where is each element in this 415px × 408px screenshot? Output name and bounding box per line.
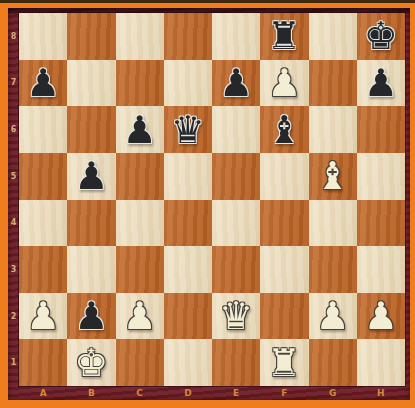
square-d4[interactable] <box>164 200 212 247</box>
piece-white-king-b1[interactable]: ♚ <box>74 344 108 382</box>
file-labels: ABCDEFGH <box>19 386 405 400</box>
piece-black-pawn-b2[interactable]: ♟ <box>74 297 108 335</box>
piece-white-pawn-g2[interactable]: ♟ <box>316 297 350 335</box>
square-f3[interactable] <box>260 246 308 293</box>
square-f7[interactable]: ♟ <box>260 60 308 107</box>
square-c7[interactable] <box>116 60 164 107</box>
square-c4[interactable] <box>116 200 164 247</box>
square-a2[interactable]: ♟ <box>19 293 67 340</box>
piece-black-queen-d6[interactable]: ♛ <box>171 111 205 149</box>
square-c5[interactable] <box>116 153 164 200</box>
square-g1[interactable] <box>309 339 357 386</box>
square-d1[interactable] <box>164 339 212 386</box>
file-label-e: E <box>212 386 260 400</box>
square-h5[interactable] <box>357 153 405 200</box>
square-e8[interactable] <box>212 13 260 60</box>
rank-label-3: 3 <box>8 246 19 293</box>
piece-black-bishop-f6[interactable]: ♝ <box>267 111 301 149</box>
square-g5[interactable]: ♝ <box>309 153 357 200</box>
square-c1[interactable] <box>116 339 164 386</box>
square-h6[interactable] <box>357 106 405 153</box>
square-c8[interactable] <box>116 13 164 60</box>
square-d5[interactable] <box>164 153 212 200</box>
piece-black-pawn-a7[interactable]: ♟ <box>26 64 60 102</box>
square-h3[interactable] <box>357 246 405 293</box>
piece-white-bishop-g5[interactable]: ♝ <box>316 157 350 195</box>
rank-label-4: 4 <box>8 200 19 247</box>
rank-label-6: 6 <box>8 106 19 153</box>
square-d7[interactable] <box>164 60 212 107</box>
square-f1[interactable]: ♜ <box>260 339 308 386</box>
rank-labels: 87654321 <box>8 13 19 386</box>
piece-white-rook-f1[interactable]: ♜ <box>267 344 301 382</box>
piece-black-pawn-c6[interactable]: ♟ <box>123 111 157 149</box>
square-d6[interactable]: ♛ <box>164 106 212 153</box>
square-e4[interactable] <box>212 200 260 247</box>
square-a5[interactable] <box>19 153 67 200</box>
piece-white-pawn-f7[interactable]: ♟ <box>267 64 301 102</box>
square-e5[interactable] <box>212 153 260 200</box>
square-h7[interactable]: ♟ <box>357 60 405 107</box>
square-g8[interactable] <box>309 13 357 60</box>
file-label-d: D <box>164 386 212 400</box>
square-b5[interactable]: ♟ <box>67 153 115 200</box>
piece-black-king-h8[interactable]: ♚ <box>364 17 398 55</box>
square-a4[interactable] <box>19 200 67 247</box>
board-frame: 87654321 ♜♚♟♟♟♟♟♛♝♟♝♟♟♟♛♟♟♚♜ ABCDEFGH <box>8 8 410 400</box>
square-f6[interactable]: ♝ <box>260 106 308 153</box>
square-e2[interactable]: ♛ <box>212 293 260 340</box>
square-c6[interactable]: ♟ <box>116 106 164 153</box>
rank-label-2: 2 <box>8 293 19 340</box>
square-a3[interactable] <box>19 246 67 293</box>
piece-black-pawn-b5[interactable]: ♟ <box>74 157 108 195</box>
square-b6[interactable] <box>67 106 115 153</box>
piece-white-pawn-a2[interactable]: ♟ <box>26 297 60 335</box>
square-b2[interactable]: ♟ <box>67 293 115 340</box>
square-e7[interactable]: ♟ <box>212 60 260 107</box>
piece-black-pawn-e7[interactable]: ♟ <box>219 64 253 102</box>
square-g2[interactable]: ♟ <box>309 293 357 340</box>
square-h2[interactable]: ♟ <box>357 293 405 340</box>
square-g4[interactable] <box>309 200 357 247</box>
square-b1[interactable]: ♚ <box>67 339 115 386</box>
square-f2[interactable] <box>260 293 308 340</box>
square-f5[interactable] <box>260 153 308 200</box>
square-c2[interactable]: ♟ <box>116 293 164 340</box>
square-d3[interactable] <box>164 246 212 293</box>
square-b8[interactable] <box>67 13 115 60</box>
square-g3[interactable] <box>309 246 357 293</box>
square-h4[interactable] <box>357 200 405 247</box>
file-label-c: C <box>116 386 164 400</box>
piece-white-pawn-c2[interactable]: ♟ <box>123 297 157 335</box>
piece-black-pawn-h7[interactable]: ♟ <box>364 64 398 102</box>
square-h1[interactable] <box>357 339 405 386</box>
rank-label-8: 8 <box>8 13 19 60</box>
square-g7[interactable] <box>309 60 357 107</box>
square-d2[interactable] <box>164 293 212 340</box>
file-label-a: A <box>19 386 67 400</box>
square-d8[interactable] <box>164 13 212 60</box>
square-a8[interactable] <box>19 13 67 60</box>
square-e6[interactable] <box>212 106 260 153</box>
file-label-g: G <box>309 386 357 400</box>
square-b4[interactable] <box>67 200 115 247</box>
rank-label-7: 7 <box>8 60 19 107</box>
square-f8[interactable]: ♜ <box>260 13 308 60</box>
piece-white-queen-e2[interactable]: ♛ <box>219 297 253 335</box>
piece-white-pawn-h2[interactable]: ♟ <box>364 297 398 335</box>
square-b3[interactable] <box>67 246 115 293</box>
square-g6[interactable] <box>309 106 357 153</box>
square-e1[interactable] <box>212 339 260 386</box>
file-label-h: H <box>357 386 405 400</box>
chess-app-window: 87654321 ♜♚♟♟♟♟♟♛♝♟♝♟♟♟♛♟♟♚♜ ABCDEFGH <box>0 0 415 408</box>
square-a6[interactable] <box>19 106 67 153</box>
window-top-edge <box>0 0 415 3</box>
square-a7[interactable]: ♟ <box>19 60 67 107</box>
square-a1[interactable] <box>19 339 67 386</box>
rank-label-1: 1 <box>8 339 19 386</box>
square-b7[interactable] <box>67 60 115 107</box>
file-label-f: F <box>260 386 308 400</box>
rank-label-5: 5 <box>8 153 19 200</box>
square-c3[interactable] <box>116 246 164 293</box>
chess-board: ♜♚♟♟♟♟♟♛♝♟♝♟♟♟♛♟♟♚♜ <box>19 13 405 386</box>
square-f4[interactable] <box>260 200 308 247</box>
piece-black-rook-f8[interactable]: ♜ <box>267 17 301 55</box>
square-h8[interactable]: ♚ <box>357 13 405 60</box>
square-e3[interactable] <box>212 246 260 293</box>
file-label-b: B <box>67 386 115 400</box>
